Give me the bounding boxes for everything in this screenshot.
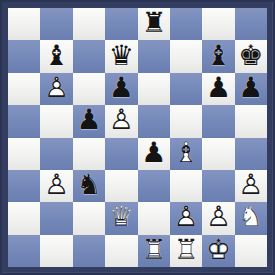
square-c8[interactable] xyxy=(73,8,105,40)
white-knight-icon-fill: ♞ xyxy=(238,204,263,232)
square-g3[interactable] xyxy=(202,170,234,202)
square-a2[interactable] xyxy=(8,202,40,234)
white-pawn-icon: ♙ xyxy=(206,204,231,232)
square-e1[interactable]: ♜♖ xyxy=(138,235,170,267)
black-pawn-icon: ♟ xyxy=(238,74,263,102)
square-d8[interactable] xyxy=(105,8,137,40)
square-b2[interactable] xyxy=(40,202,72,234)
square-h3[interactable]: ♟♙ xyxy=(235,170,267,202)
square-a5[interactable] xyxy=(8,105,40,137)
square-d3[interactable] xyxy=(105,170,137,202)
white-pawn-icon: ♙ xyxy=(109,107,134,135)
chess-board: ♜♝♛♝♚♟♙♟♟♟♟♟♙♟♝♗♟♙♞♟♙♛♕♟♙♟♙♞♘♜♖♜♖♚♔ xyxy=(8,8,267,267)
black-king-icon: ♚ xyxy=(238,42,263,70)
white-rook-icon: ♖ xyxy=(141,236,166,264)
white-pawn-icon-fill: ♟ xyxy=(206,204,231,232)
square-c2[interactable] xyxy=(73,202,105,234)
square-g1[interactable]: ♚♔ xyxy=(202,235,234,267)
square-f8[interactable] xyxy=(170,8,202,40)
white-pawn-icon: ♙ xyxy=(174,204,199,232)
square-a3[interactable] xyxy=(8,170,40,202)
white-pawn-icon: ♙ xyxy=(44,172,69,200)
square-b1[interactable] xyxy=(40,235,72,267)
square-c7[interactable] xyxy=(73,40,105,72)
white-queen-icon: ♕ xyxy=(109,204,134,232)
square-e4[interactable]: ♟ xyxy=(138,138,170,170)
square-f4[interactable]: ♝♗ xyxy=(170,138,202,170)
square-a8[interactable] xyxy=(8,8,40,40)
white-bishop-icon-fill: ♝ xyxy=(174,139,199,167)
black-rook-icon: ♜ xyxy=(141,10,166,38)
black-pawn-icon: ♟ xyxy=(109,74,134,102)
square-b4[interactable] xyxy=(40,138,72,170)
white-rook-icon: ♖ xyxy=(174,236,199,264)
white-queen-icon-fill: ♛ xyxy=(109,204,134,232)
square-g4[interactable] xyxy=(202,138,234,170)
square-a7[interactable] xyxy=(8,40,40,72)
square-g6[interactable]: ♟ xyxy=(202,73,234,105)
white-pawn-icon-fill: ♟ xyxy=(109,107,134,135)
white-rook-icon-fill: ♜ xyxy=(141,236,166,264)
square-e7[interactable] xyxy=(138,40,170,72)
square-h6[interactable]: ♟ xyxy=(235,73,267,105)
chess-board-frame: ♜♝♛♝♚♟♙♟♟♟♟♟♙♟♝♗♟♙♞♟♙♛♕♟♙♟♙♞♘♜♖♜♖♚♔ xyxy=(0,0,275,275)
square-d7[interactable]: ♛ xyxy=(105,40,137,72)
black-bishop-icon: ♝ xyxy=(44,42,69,70)
white-pawn-icon-fill: ♟ xyxy=(44,172,69,200)
square-c6[interactable] xyxy=(73,73,105,105)
square-d5[interactable]: ♟♙ xyxy=(105,105,137,137)
square-f2[interactable]: ♟♙ xyxy=(170,202,202,234)
square-b7[interactable]: ♝ xyxy=(40,40,72,72)
square-d6[interactable]: ♟ xyxy=(105,73,137,105)
white-king-icon-fill: ♚ xyxy=(206,236,231,264)
square-b8[interactable] xyxy=(40,8,72,40)
white-pawn-icon: ♙ xyxy=(238,172,263,200)
black-pawn-icon: ♟ xyxy=(76,107,101,135)
square-e3[interactable] xyxy=(138,170,170,202)
square-f6[interactable] xyxy=(170,73,202,105)
black-pawn-icon: ♟ xyxy=(141,139,166,167)
square-e5[interactable] xyxy=(138,105,170,137)
square-g5[interactable] xyxy=(202,105,234,137)
square-f7[interactable] xyxy=(170,40,202,72)
square-e2[interactable] xyxy=(138,202,170,234)
square-c5[interactable]: ♟ xyxy=(73,105,105,137)
square-f3[interactable] xyxy=(170,170,202,202)
square-a1[interactable] xyxy=(8,235,40,267)
square-d1[interactable] xyxy=(105,235,137,267)
square-f1[interactable]: ♜♖ xyxy=(170,235,202,267)
square-h8[interactable] xyxy=(235,8,267,40)
square-c1[interactable] xyxy=(73,235,105,267)
white-knight-icon: ♘ xyxy=(238,204,263,232)
white-pawn-icon: ♙ xyxy=(44,74,69,102)
square-a6[interactable] xyxy=(8,73,40,105)
square-h4[interactable] xyxy=(235,138,267,170)
white-king-icon: ♔ xyxy=(206,236,231,264)
square-g7[interactable]: ♝ xyxy=(202,40,234,72)
square-b6[interactable]: ♟♙ xyxy=(40,73,72,105)
black-bishop-icon: ♝ xyxy=(206,42,231,70)
square-g8[interactable] xyxy=(202,8,234,40)
square-h7[interactable]: ♚ xyxy=(235,40,267,72)
black-knight-icon: ♞ xyxy=(76,172,101,200)
square-f5[interactable] xyxy=(170,105,202,137)
square-e8[interactable]: ♜ xyxy=(138,8,170,40)
white-rook-icon-fill: ♜ xyxy=(174,236,199,264)
square-h1[interactable] xyxy=(235,235,267,267)
black-queen-icon: ♛ xyxy=(109,42,134,70)
black-pawn-icon: ♟ xyxy=(206,74,231,102)
square-h2[interactable]: ♞♘ xyxy=(235,202,267,234)
white-pawn-icon-fill: ♟ xyxy=(44,74,69,102)
square-c3[interactable]: ♞ xyxy=(73,170,105,202)
square-a4[interactable] xyxy=(8,138,40,170)
square-g2[interactable]: ♟♙ xyxy=(202,202,234,234)
square-d4[interactable] xyxy=(105,138,137,170)
square-b5[interactable] xyxy=(40,105,72,137)
white-pawn-icon-fill: ♟ xyxy=(238,172,263,200)
square-e6[interactable] xyxy=(138,73,170,105)
square-b3[interactable]: ♟♙ xyxy=(40,170,72,202)
white-bishop-icon: ♗ xyxy=(174,139,199,167)
square-d2[interactable]: ♛♕ xyxy=(105,202,137,234)
white-pawn-icon-fill: ♟ xyxy=(174,204,199,232)
square-h5[interactable] xyxy=(235,105,267,137)
square-c4[interactable] xyxy=(73,138,105,170)
